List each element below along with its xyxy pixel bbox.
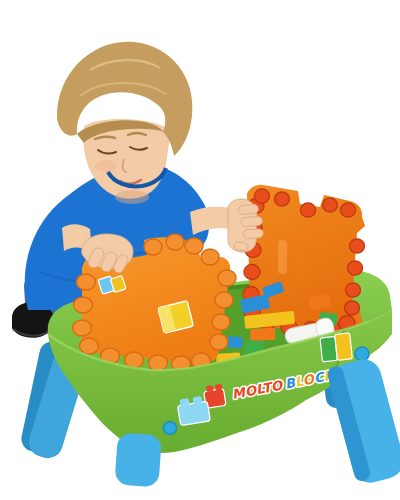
- cheek: [95, 160, 117, 172]
- lid-highlight: [278, 240, 287, 274]
- rivet: [355, 347, 369, 361]
- rivet: [164, 422, 177, 435]
- chin-shadow: [115, 190, 149, 204]
- block-blue: [227, 336, 243, 349]
- photo-canvas: MOLTOBLOCKS: [0, 0, 400, 500]
- scene-illustration: MOLTOBLOCKS: [0, 0, 400, 500]
- block-orange: [250, 328, 276, 341]
- sticker-right-side: [320, 333, 353, 362]
- table-leg-front-left: [114, 432, 162, 487]
